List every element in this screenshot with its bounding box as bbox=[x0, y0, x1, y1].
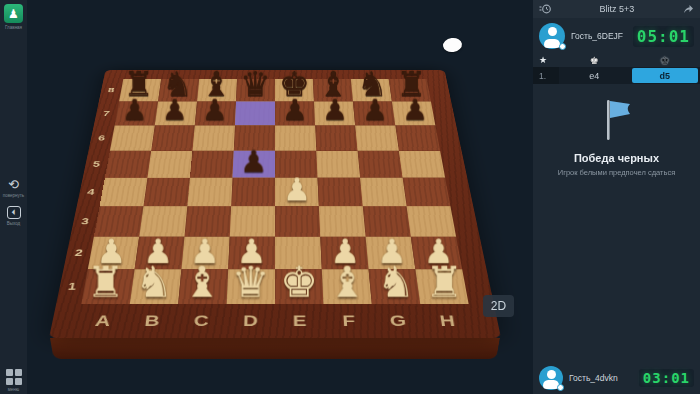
square-e1[interactable]: ♚ bbox=[275, 269, 323, 304]
square-h6[interactable] bbox=[395, 125, 440, 150]
avatar-badge bbox=[557, 384, 564, 391]
exit-icon: ⏴ bbox=[12, 208, 16, 218]
rank-label-1: 1 bbox=[62, 280, 83, 292]
square-f7[interactable]: ♟ bbox=[314, 102, 355, 126]
rank-label-6: 6 bbox=[93, 133, 111, 142]
avatar-badge bbox=[559, 43, 566, 50]
exit-button[interactable]: ⏴ bbox=[7, 206, 21, 219]
file-label-C: C bbox=[176, 312, 226, 330]
black-pawn-d5[interactable]: ♟ bbox=[232, 147, 275, 178]
square-c5[interactable] bbox=[190, 151, 234, 178]
move-row: 1. e4 d5 bbox=[533, 67, 700, 84]
board-area: ♜♞♝♛♚♝♞♜♟♟♟♟♟♟♟♟♟♟♟♟♟♟♟♟♜♞♝♛♚♝♞♜ 8765432… bbox=[27, 0, 533, 394]
move-white[interactable]: e4 bbox=[559, 67, 630, 84]
square-f6[interactable] bbox=[315, 125, 357, 150]
square-c1[interactable]: ♝ bbox=[178, 269, 228, 304]
square-d4[interactable] bbox=[231, 178, 275, 207]
square-a7[interactable]: ♟ bbox=[115, 102, 158, 126]
square-h1[interactable]: ♜ bbox=[415, 269, 468, 304]
white-king-icon: ♚ bbox=[559, 55, 630, 66]
black-pawn-h7[interactable]: ♟ bbox=[395, 96, 435, 125]
board-grid: ♜♞♝♛♚♝♞♜♟♟♟♟♟♟♟♟♟♟♟♟♟♟♟♟♜♞♝♛♚♝♞♜ bbox=[81, 79, 468, 304]
file-label-A: A bbox=[77, 312, 129, 330]
home-label: Главная bbox=[5, 25, 22, 30]
square-g6[interactable] bbox=[355, 125, 399, 150]
menu-grid-button[interactable] bbox=[6, 369, 22, 385]
square-f5[interactable] bbox=[316, 151, 360, 178]
black-pawn-f7[interactable]: ♟ bbox=[315, 96, 355, 125]
bottom-player-clock: 03:01 bbox=[639, 369, 694, 387]
square-b5[interactable] bbox=[147, 151, 192, 178]
menu-label: меню bbox=[8, 387, 19, 392]
view-2d-button[interactable]: 2D bbox=[483, 295, 514, 317]
black-pawn-c7[interactable]: ♟ bbox=[195, 96, 235, 125]
square-g4[interactable] bbox=[360, 178, 407, 207]
square-a4[interactable] bbox=[100, 178, 148, 207]
star-icon[interactable]: ★ bbox=[533, 55, 559, 65]
white-knight-g1[interactable]: ♞ bbox=[372, 261, 420, 304]
game-mode-title: Blitz 5+3 bbox=[600, 4, 635, 14]
rotate-icon: ⟲ bbox=[8, 177, 19, 192]
top-player-name: Гость_6DEJF bbox=[571, 31, 633, 41]
file-label-F: F bbox=[324, 312, 374, 330]
white-knight-b1[interactable]: ♞ bbox=[130, 261, 178, 304]
home-button[interactable]: ♟ bbox=[4, 4, 23, 23]
top-player-clock: 05:01 bbox=[633, 26, 694, 47]
rank-label-8: 8 bbox=[103, 86, 120, 94]
black-pawn-g7[interactable]: ♟ bbox=[355, 96, 395, 125]
white-oval-object bbox=[442, 37, 463, 54]
square-e6[interactable] bbox=[275, 125, 316, 150]
file-label-E: E bbox=[275, 312, 325, 330]
move-black-active[interactable]: d5 bbox=[632, 68, 699, 83]
square-c4[interactable] bbox=[187, 178, 232, 207]
square-h4[interactable] bbox=[403, 178, 451, 207]
white-bishop-c1[interactable]: ♝ bbox=[178, 261, 226, 304]
square-h5[interactable] bbox=[399, 151, 445, 178]
result-title: Победа черных bbox=[574, 152, 659, 164]
square-e7[interactable]: ♟ bbox=[275, 102, 315, 126]
square-d5[interactable]: ♟ bbox=[232, 151, 275, 178]
black-king-icon: ♚ bbox=[630, 55, 700, 66]
square-g1[interactable]: ♞ bbox=[369, 269, 421, 304]
rotate-board-button[interactable]: ⟲ bbox=[8, 178, 19, 191]
highlight-d7 bbox=[235, 102, 275, 126]
square-e4[interactable]: ♟ bbox=[275, 178, 319, 207]
game-panel: Blitz 5+3 Гость_6DEJF 05:01 ★ ♚ ♚ 1. e4 bbox=[533, 0, 700, 394]
share-icon[interactable] bbox=[683, 4, 694, 14]
square-d1[interactable]: ♛ bbox=[227, 269, 275, 304]
square-b1[interactable]: ♞ bbox=[130, 269, 182, 304]
file-label-D: D bbox=[225, 312, 275, 330]
square-c6[interactable] bbox=[192, 125, 234, 150]
pawn-app-icon: ♟ bbox=[8, 7, 19, 21]
bottom-player-name: Гость_4dvkn bbox=[569, 373, 639, 383]
file-label-B: B bbox=[126, 312, 177, 330]
top-player-row: Гость_6DEJF 05:01 bbox=[533, 18, 700, 51]
board-front-edge bbox=[50, 338, 500, 359]
rank-label-4: 4 bbox=[81, 187, 100, 197]
bottom-player-avatar[interactable] bbox=[539, 366, 563, 390]
bottom-player-row: Гость_4dvkn 03:01 bbox=[533, 366, 700, 390]
left-sidebar: ♟ Главная ⟲ повернуть ⏴ Выход меню bbox=[0, 0, 27, 394]
result-subtitle: Игрок белыми предпочел сдаться bbox=[558, 168, 675, 177]
black-pawn-b7[interactable]: ♟ bbox=[155, 96, 195, 125]
chess-board-3d: ♜♞♝♛♚♝♞♜♟♟♟♟♟♟♟♟♟♟♟♟♟♟♟♟♜♞♝♛♚♝♞♜ 8765432… bbox=[49, 70, 501, 338]
black-pawn-e7[interactable]: ♟ bbox=[275, 96, 315, 125]
white-king-e1[interactable]: ♚ bbox=[275, 261, 323, 304]
square-h7[interactable]: ♟ bbox=[392, 102, 435, 126]
square-b6[interactable] bbox=[151, 125, 195, 150]
file-label-G: G bbox=[373, 312, 424, 330]
file-label-H: H bbox=[421, 312, 473, 330]
square-f1[interactable]: ♝ bbox=[322, 269, 372, 304]
square-b4[interactable] bbox=[143, 178, 190, 207]
avatar-person-icon bbox=[548, 27, 557, 36]
square-g7[interactable]: ♟ bbox=[353, 102, 395, 126]
square-a6[interactable] bbox=[110, 125, 155, 150]
top-player-avatar[interactable] bbox=[539, 23, 565, 49]
square-d8[interactable]: ♛ bbox=[236, 79, 275, 102]
square-g5[interactable] bbox=[358, 151, 403, 178]
moves-header: ★ ♚ ♚ bbox=[533, 53, 700, 67]
rank-label-5: 5 bbox=[87, 159, 106, 168]
rotate-label: повернуть bbox=[3, 193, 24, 198]
move-number: 1. bbox=[533, 67, 559, 84]
rank-label-7: 7 bbox=[98, 109, 115, 117]
black-queen-d8[interactable]: ♛ bbox=[236, 67, 275, 101]
square-d7[interactable] bbox=[235, 102, 275, 126]
history-clock-icon[interactable] bbox=[539, 3, 551, 15]
black-pawn-a7[interactable]: ♟ bbox=[115, 96, 155, 125]
square-b7[interactable]: ♟ bbox=[155, 102, 197, 126]
flag-icon bbox=[600, 98, 634, 142]
exit-label: Выход bbox=[7, 221, 20, 226]
panel-header: Blitz 5+3 bbox=[533, 0, 700, 18]
app-window: ♟ Главная ⟲ повернуть ⏴ Выход меню ♜♞♝♛♚… bbox=[0, 0, 700, 394]
rank-label-3: 3 bbox=[75, 216, 95, 226]
white-rook-a1[interactable]: ♜ bbox=[81, 261, 129, 304]
square-a1[interactable]: ♜ bbox=[81, 269, 134, 304]
square-f4[interactable] bbox=[318, 178, 363, 207]
white-queen-d1[interactable]: ♛ bbox=[227, 261, 275, 304]
square-a5[interactable] bbox=[105, 151, 151, 178]
white-bishop-f1[interactable]: ♝ bbox=[323, 261, 371, 304]
square-e3[interactable] bbox=[275, 206, 320, 236]
square-c7[interactable]: ♟ bbox=[195, 102, 236, 126]
white-rook-h1[interactable]: ♜ bbox=[420, 261, 468, 304]
grid-icon bbox=[6, 369, 13, 376]
white-pawn-e4[interactable]: ♟ bbox=[275, 174, 319, 206]
result-block: Победа черных Игрок белыми предпочел сда… bbox=[533, 98, 700, 177]
